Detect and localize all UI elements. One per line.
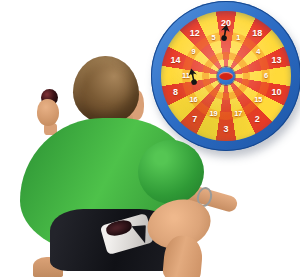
- dart-on-board-1: [216, 23, 233, 43]
- sector-number-3: 3: [223, 125, 228, 134]
- bullseye-center-logo: [217, 67, 235, 85]
- sector-number-1: 1: [236, 34, 240, 42]
- logo-oval: [219, 72, 233, 80]
- sector-number-15: 15: [254, 96, 262, 104]
- sector-number-17: 17: [234, 110, 242, 118]
- sector-number-18: 18: [252, 29, 262, 38]
- sector-number-2: 2: [255, 114, 260, 123]
- sector-number-12: 12: [190, 29, 200, 38]
- sector-number-10: 10: [271, 88, 281, 97]
- sector-number-13: 13: [271, 55, 281, 64]
- dartboard: 2011841361015217319716811149125: [151, 1, 300, 151]
- sector-number-8: 8: [173, 88, 178, 97]
- sector-number-6: 6: [264, 72, 268, 80]
- sector-number-16: 16: [189, 96, 197, 104]
- sector-number-14: 14: [171, 55, 181, 64]
- boy-throwing-hand: [37, 99, 59, 126]
- scene: 2011841361015217319716811149125: [0, 0, 300, 277]
- sector-number-5: 5: [212, 34, 216, 42]
- boy-head-hair: [73, 56, 139, 124]
- sector-number-19: 19: [209, 110, 217, 118]
- sector-number-7: 7: [192, 114, 197, 123]
- sector-number-9: 9: [192, 49, 196, 57]
- sector-number-4: 4: [256, 49, 260, 57]
- boy-tshirt-sleeve: [138, 140, 204, 204]
